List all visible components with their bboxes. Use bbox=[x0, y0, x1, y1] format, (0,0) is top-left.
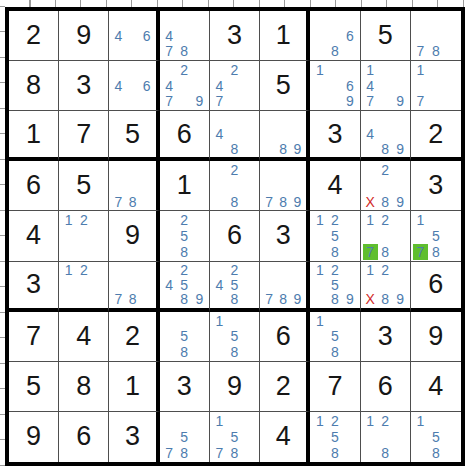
empty-candidate-slot bbox=[444, 78, 459, 94]
candidate-2: 2 bbox=[76, 212, 91, 228]
empty-candidate-slot bbox=[363, 429, 378, 445]
empty-candidate-slot bbox=[428, 78, 443, 94]
candidate-8: 8 bbox=[126, 292, 140, 307]
pencilmark-grid: 12 bbox=[61, 212, 106, 259]
empty-candidate-slot bbox=[177, 313, 192, 329]
candidate-8: 8 bbox=[378, 142, 393, 157]
empty-candidate-slot bbox=[393, 228, 408, 244]
cell-r3c1[interactable]: 1 bbox=[9, 111, 59, 161]
cell-r8c2[interactable]: 8 bbox=[59, 362, 109, 412]
empty-candidate-slot bbox=[111, 162, 125, 178]
empty-candidate-slot bbox=[444, 62, 459, 78]
empty-candidate-slot bbox=[212, 142, 227, 157]
empty-candidate-slot bbox=[162, 328, 177, 344]
cell-r8c6[interactable]: 2 bbox=[260, 362, 310, 412]
given-digit: 9 bbox=[125, 222, 140, 249]
candidate-1: 1 bbox=[312, 313, 327, 329]
cell-r2c6[interactable]: 5 bbox=[260, 61, 310, 111]
empty-candidate-slot bbox=[212, 112, 227, 127]
empty-candidate-slot bbox=[290, 263, 304, 278]
candidate-5: 5 bbox=[428, 429, 443, 445]
candidate-8: 8 bbox=[177, 292, 192, 307]
pencilmark-grid: 158 bbox=[312, 313, 357, 360]
candidate-4: 4 bbox=[212, 78, 227, 94]
cell-r3c7[interactable]: 3 bbox=[310, 111, 360, 161]
pencilmark-grid: 78 bbox=[413, 12, 459, 59]
candidate-2: 2 bbox=[227, 62, 242, 78]
given-digit: 9 bbox=[428, 323, 443, 350]
pencilmark-grid: 89 bbox=[262, 112, 304, 156]
empty-candidate-slot bbox=[76, 228, 91, 244]
empty-candidate-slot bbox=[140, 178, 154, 194]
empty-candidate-slot bbox=[393, 244, 408, 260]
cell-r8c8[interactable]: 6 bbox=[361, 362, 411, 412]
candidate-1: 1 bbox=[312, 212, 327, 228]
candidate-7: 7 bbox=[363, 94, 378, 110]
pencilmark-grid: 12X89 bbox=[363, 263, 408, 307]
candidate-9: 9 bbox=[192, 94, 207, 110]
pencilmark-grid: 48 bbox=[212, 112, 257, 156]
candidate-8: 8 bbox=[177, 244, 192, 260]
candidate-2: 2 bbox=[327, 263, 342, 278]
given-digit: 3 bbox=[428, 172, 443, 199]
cell-r5c2[interactable]: 12 bbox=[59, 211, 109, 261]
cell-r2c8[interactable]: 1479 bbox=[361, 61, 411, 111]
cell-r7c5[interactable]: 158 bbox=[210, 312, 260, 362]
candidate-8: 8 bbox=[428, 43, 443, 59]
candidate-2: 2 bbox=[327, 212, 342, 228]
cell-r3c8[interactable]: 489 bbox=[361, 111, 411, 161]
cell-r1c5[interactable]: 3 bbox=[210, 11, 260, 61]
candidate-5: 5 bbox=[177, 429, 192, 445]
empty-candidate-slot bbox=[312, 12, 327, 28]
cell-r6c4[interactable]: 24589 bbox=[160, 262, 210, 312]
empty-candidate-slot bbox=[192, 445, 207, 461]
empty-candidate-slot bbox=[242, 194, 257, 210]
pencilmark-grid: 1479 bbox=[363, 62, 408, 109]
candidate-7: 7 bbox=[162, 445, 177, 461]
empty-candidate-slot bbox=[111, 263, 125, 278]
candidate-2: 2 bbox=[177, 62, 192, 78]
candidate-7: 7 bbox=[162, 94, 177, 110]
cell-r1c2[interactable]: 9 bbox=[59, 11, 109, 61]
given-digit: 1 bbox=[276, 22, 291, 49]
pencilmark-grid: 28 bbox=[212, 162, 257, 209]
empty-candidate-slot bbox=[126, 94, 140, 110]
empty-candidate-slot bbox=[91, 228, 106, 244]
cell-r9c8[interactable]: 128 bbox=[361, 412, 411, 462]
cell-r2c1[interactable]: 8 bbox=[9, 61, 59, 111]
empty-candidate-slot bbox=[393, 178, 408, 194]
candidate-2: 2 bbox=[327, 413, 342, 429]
cell-r6c8[interactable]: 12X89 bbox=[361, 262, 411, 312]
candidate-8: 8 bbox=[327, 292, 342, 307]
cell-r4c5[interactable]: 28 bbox=[210, 161, 260, 211]
empty-candidate-slot bbox=[126, 62, 140, 78]
empty-candidate-slot bbox=[444, 244, 459, 260]
candidate-2: 2 bbox=[177, 212, 192, 228]
pencilmark-grid: 46 bbox=[111, 12, 153, 59]
candidate-2: 2 bbox=[227, 263, 242, 278]
empty-candidate-slot bbox=[212, 162, 227, 178]
cell-r9c1[interactable]: 9 bbox=[9, 412, 59, 462]
cell-r6c7[interactable]: 12589 bbox=[310, 262, 360, 312]
empty-candidate-slot bbox=[126, 277, 140, 292]
cell-r7c7[interactable]: 158 bbox=[310, 312, 360, 362]
empty-candidate-slot bbox=[91, 277, 106, 292]
pencilmark-grid: 158 bbox=[212, 313, 257, 360]
candidate-1: 1 bbox=[363, 413, 378, 429]
empty-candidate-slot bbox=[444, 228, 459, 244]
empty-candidate-slot bbox=[192, 212, 207, 228]
empty-candidate-slot bbox=[192, 313, 207, 329]
candidate-8: 8 bbox=[177, 445, 192, 461]
candidate-8: 8 bbox=[327, 445, 342, 461]
candidate-1: 1 bbox=[363, 263, 378, 278]
given-digit: 6 bbox=[378, 373, 393, 400]
empty-candidate-slot bbox=[111, 277, 125, 292]
candidate-7: 7 bbox=[413, 43, 428, 59]
cell-r1c7[interactable]: 68 bbox=[310, 11, 360, 61]
candidate-8: 8 bbox=[227, 194, 242, 210]
sudoku-board: 2946478316857883462479247516914791717564… bbox=[5, 7, 465, 466]
empty-candidate-slot bbox=[111, 178, 125, 194]
empty-candidate-slot bbox=[140, 263, 154, 278]
empty-candidate-slot bbox=[342, 413, 357, 429]
empty-candidate-slot bbox=[212, 194, 227, 210]
cell-r8c3[interactable]: 1 bbox=[109, 362, 159, 412]
given-digit: 6 bbox=[428, 271, 443, 298]
empty-candidate-slot bbox=[192, 43, 207, 59]
given-digit: 2 bbox=[428, 121, 443, 148]
pencilmark-grid: 46 bbox=[111, 62, 153, 109]
empty-candidate-slot bbox=[227, 313, 242, 329]
candidate-9: 9 bbox=[342, 94, 357, 110]
cell-r3c5[interactable]: 48 bbox=[210, 111, 260, 161]
given-digit: 5 bbox=[26, 373, 41, 400]
empty-candidate-slot bbox=[378, 78, 393, 94]
candidate-8: 8 bbox=[378, 194, 393, 210]
empty-candidate-slot bbox=[378, 94, 393, 110]
pencilmark-grid: 2458 bbox=[212, 263, 257, 307]
empty-candidate-slot bbox=[262, 112, 276, 127]
cell-r6c1[interactable]: 3 bbox=[9, 262, 59, 312]
given-digit: 2 bbox=[125, 323, 140, 350]
empty-candidate-slot bbox=[276, 162, 290, 178]
empty-candidate-slot bbox=[111, 12, 125, 28]
pencilmark-grid: 489 bbox=[363, 112, 408, 156]
cell-r5c5[interactable]: 6 bbox=[210, 211, 260, 261]
candidate-9: 9 bbox=[342, 292, 357, 307]
empty-candidate-slot bbox=[91, 263, 106, 278]
empty-candidate-slot bbox=[162, 413, 177, 429]
cell-r4c7[interactable]: 4 bbox=[310, 161, 360, 211]
empty-candidate-slot bbox=[192, 429, 207, 445]
cell-r5c7[interactable]: 1258 bbox=[310, 211, 360, 261]
cell-r5c4[interactable]: 258 bbox=[160, 211, 210, 261]
cell-r6c9[interactable]: 6 bbox=[411, 262, 461, 312]
empty-candidate-slot bbox=[140, 62, 154, 78]
pencilmark-grid: 2479 bbox=[162, 62, 207, 109]
candidate-4: 4 bbox=[162, 78, 177, 94]
given-digit: 8 bbox=[26, 72, 41, 99]
cell-r3c3[interactable]: 5 bbox=[109, 111, 159, 161]
cell-r9c4[interactable]: 578 bbox=[160, 412, 210, 462]
cell-r8c9[interactable]: 4 bbox=[411, 362, 461, 412]
cell-r9c7[interactable]: 1258 bbox=[310, 412, 360, 462]
pencilmark-grid: 17 bbox=[413, 62, 459, 109]
cell-r2c7[interactable]: 169 bbox=[310, 61, 360, 111]
given-digit: 6 bbox=[227, 222, 242, 249]
cell-r2c9[interactable]: 17 bbox=[411, 61, 461, 111]
candidate-8: 8 bbox=[276, 142, 290, 157]
empty-candidate-slot bbox=[312, 43, 327, 59]
candidate-7: 7 bbox=[212, 445, 227, 461]
empty-candidate-slot bbox=[363, 277, 378, 292]
candidate-7: 7 bbox=[111, 292, 125, 307]
empty-candidate-slot bbox=[444, 12, 459, 28]
cell-r5c6[interactable]: 3 bbox=[260, 211, 310, 261]
candidate-8: 8 bbox=[227, 292, 242, 307]
given-digit: 2 bbox=[276, 373, 291, 400]
cell-r2c2[interactable]: 3 bbox=[59, 61, 109, 111]
cell-r3c9[interactable]: 2 bbox=[411, 111, 461, 161]
empty-candidate-slot bbox=[342, 344, 357, 360]
cell-r2c5[interactable]: 247 bbox=[210, 61, 260, 111]
empty-candidate-slot bbox=[413, 28, 428, 44]
cell-r4c2[interactable]: 5 bbox=[59, 161, 109, 211]
given-digit: 3 bbox=[177, 373, 192, 400]
cell-r5c1[interactable]: 4 bbox=[9, 211, 59, 261]
cell-r5c9[interactable]: 1578 bbox=[411, 211, 461, 261]
candidate-1: 1 bbox=[363, 212, 378, 228]
empty-candidate-slot bbox=[342, 43, 357, 59]
empty-candidate-slot bbox=[378, 228, 393, 244]
cell-r9c6[interactable]: 4 bbox=[260, 412, 310, 462]
candidate-8: 8 bbox=[227, 142, 242, 157]
empty-candidate-slot bbox=[242, 142, 257, 157]
pencilmark-grid: 12589 bbox=[312, 263, 357, 307]
candidate-8: 8 bbox=[327, 344, 342, 360]
empty-candidate-slot bbox=[327, 28, 342, 44]
empty-candidate-slot bbox=[378, 112, 393, 127]
empty-candidate-slot bbox=[428, 62, 443, 78]
candidate-2: 2 bbox=[378, 212, 393, 228]
candidate-7: 7 bbox=[212, 94, 227, 110]
cell-r6c5[interactable]: 2458 bbox=[210, 262, 260, 312]
empty-candidate-slot bbox=[342, 212, 357, 228]
candidate-8: 8 bbox=[276, 194, 290, 210]
empty-candidate-slot bbox=[177, 28, 192, 44]
empty-candidate-slot bbox=[212, 292, 227, 307]
candidate-8: 8 bbox=[428, 244, 443, 260]
empty-candidate-slot bbox=[242, 178, 257, 194]
candidate-7: 7 bbox=[162, 43, 177, 59]
cell-r1c9[interactable]: 78 bbox=[411, 11, 461, 61]
given-digit: 2 bbox=[26, 22, 41, 49]
cell-r8c1[interactable]: 5 bbox=[9, 362, 59, 412]
cell-r3c2[interactable]: 7 bbox=[59, 111, 109, 161]
candidate-6: 6 bbox=[342, 78, 357, 94]
cell-r5c8[interactable]: 1278 bbox=[361, 211, 411, 261]
cell-r5c3[interactable]: 9 bbox=[109, 211, 159, 261]
empty-candidate-slot bbox=[262, 142, 276, 157]
empty-candidate-slot bbox=[227, 178, 242, 194]
empty-candidate-slot bbox=[262, 277, 276, 292]
empty-candidate-slot bbox=[378, 62, 393, 78]
candidate-2: 2 bbox=[177, 263, 192, 278]
candidate-4: 4 bbox=[363, 78, 378, 94]
cell-r1c6[interactable]: 1 bbox=[260, 11, 310, 61]
empty-candidate-slot bbox=[312, 78, 327, 94]
empty-candidate-slot bbox=[242, 445, 257, 461]
given-digit: 3 bbox=[276, 222, 291, 249]
empty-candidate-slot bbox=[276, 127, 290, 142]
given-digit: 1 bbox=[177, 172, 192, 199]
candidate-4: 4 bbox=[212, 277, 227, 292]
empty-candidate-slot bbox=[413, 445, 428, 461]
empty-candidate-slot bbox=[76, 244, 91, 260]
cell-r2c3[interactable]: 46 bbox=[109, 61, 159, 111]
cell-r6c3[interactable]: 78 bbox=[109, 262, 159, 312]
empty-candidate-slot bbox=[227, 413, 242, 429]
candidate-9: 9 bbox=[192, 292, 207, 307]
empty-candidate-slot bbox=[192, 228, 207, 244]
pencilmark-grid: 78 bbox=[111, 162, 153, 209]
empty-candidate-slot bbox=[444, 212, 459, 228]
empty-candidate-slot bbox=[428, 212, 443, 228]
candidate-1: 1 bbox=[61, 212, 76, 228]
candidate-4: 4 bbox=[363, 127, 378, 142]
cell-r7c8[interactable]: 3 bbox=[361, 312, 411, 362]
given-digit: 3 bbox=[227, 22, 242, 49]
cell-r4c9[interactable]: 3 bbox=[411, 161, 461, 211]
empty-candidate-slot bbox=[327, 12, 342, 28]
cell-r7c9[interactable]: 9 bbox=[411, 312, 461, 362]
cell-r4c1[interactable]: 6 bbox=[9, 161, 59, 211]
empty-candidate-slot bbox=[363, 162, 378, 178]
empty-candidate-slot bbox=[327, 94, 342, 110]
cell-r9c5[interactable]: 1578 bbox=[210, 412, 260, 462]
empty-candidate-slot bbox=[290, 277, 304, 292]
pencilmark-grid: 2X89 bbox=[363, 162, 408, 209]
cell-r9c9[interactable]: 158 bbox=[411, 412, 461, 462]
cell-r1c3[interactable]: 46 bbox=[109, 11, 159, 61]
empty-candidate-slot bbox=[276, 277, 290, 292]
cell-r3c6[interactable]: 89 bbox=[260, 111, 310, 161]
cell-r7c6[interactable]: 6 bbox=[260, 312, 310, 362]
empty-candidate-slot bbox=[192, 277, 207, 292]
candidate-8: 8 bbox=[428, 445, 443, 461]
candidate-2: 2 bbox=[378, 413, 393, 429]
empty-candidate-slot bbox=[126, 43, 140, 59]
cell-r8c4[interactable]: 3 bbox=[160, 362, 210, 412]
cell-r4c8[interactable]: 2X89 bbox=[361, 161, 411, 211]
empty-candidate-slot bbox=[378, 429, 393, 445]
cell-r4c3[interactable]: 78 bbox=[109, 161, 159, 211]
empty-candidate-slot bbox=[290, 127, 304, 142]
cell-r6c6[interactable]: 789 bbox=[260, 262, 310, 312]
cell-r7c2[interactable]: 4 bbox=[59, 312, 109, 362]
cell-r7c3[interactable]: 2 bbox=[109, 312, 159, 362]
pencilmark-grid: 1258 bbox=[312, 413, 357, 461]
empty-candidate-slot bbox=[393, 162, 408, 178]
empty-candidate-slot bbox=[111, 43, 125, 59]
candidate-2: 2 bbox=[378, 263, 393, 278]
empty-candidate-slot bbox=[227, 78, 242, 94]
candidate-7: 7 bbox=[262, 292, 276, 307]
pencilmark-grid: 128 bbox=[363, 413, 408, 461]
empty-candidate-slot bbox=[312, 277, 327, 292]
empty-candidate-slot bbox=[444, 43, 459, 59]
empty-candidate-slot bbox=[126, 263, 140, 278]
cell-r8c7[interactable]: 7 bbox=[310, 362, 360, 412]
candidate-4: 4 bbox=[111, 28, 125, 44]
empty-candidate-slot bbox=[262, 263, 276, 278]
empty-candidate-slot bbox=[192, 244, 207, 260]
empty-candidate-slot bbox=[140, 43, 154, 59]
pencilmark-grid: 1278 bbox=[363, 212, 408, 259]
empty-candidate-slot bbox=[242, 162, 257, 178]
cell-r1c1[interactable]: 2 bbox=[9, 11, 59, 61]
pencilmark-grid: 578 bbox=[162, 413, 207, 461]
given-digit: 5 bbox=[76, 172, 91, 199]
cell-r7c1[interactable]: 7 bbox=[9, 312, 59, 362]
candidate-1: 1 bbox=[312, 62, 327, 78]
empty-candidate-slot bbox=[212, 429, 227, 445]
empty-candidate-slot bbox=[428, 413, 443, 429]
cell-r4c6[interactable]: 789 bbox=[260, 161, 310, 211]
pencilmark-grid: 789 bbox=[262, 162, 304, 209]
empty-candidate-slot bbox=[242, 62, 257, 78]
empty-candidate-slot bbox=[177, 413, 192, 429]
empty-candidate-slot bbox=[227, 112, 242, 127]
cell-r8c5[interactable]: 9 bbox=[210, 362, 260, 412]
cell-r6c2[interactable]: 12 bbox=[59, 262, 109, 312]
cell-r1c8[interactable]: 5 bbox=[361, 11, 411, 61]
empty-candidate-slot bbox=[177, 12, 192, 28]
empty-candidate-slot bbox=[327, 313, 342, 329]
cell-r9c2[interactable]: 6 bbox=[59, 412, 109, 462]
elimination-x-mark: X bbox=[363, 194, 378, 210]
empty-candidate-slot bbox=[162, 313, 177, 329]
empty-candidate-slot bbox=[212, 62, 227, 78]
empty-candidate-slot bbox=[126, 12, 140, 28]
cell-r9c3[interactable]: 3 bbox=[109, 412, 159, 462]
candidate-1: 1 bbox=[312, 413, 327, 429]
given-digit: 8 bbox=[76, 373, 91, 400]
given-digit: 6 bbox=[26, 172, 41, 199]
cell-r4c4[interactable]: 1 bbox=[160, 161, 210, 211]
empty-candidate-slot bbox=[162, 228, 177, 244]
empty-candidate-slot bbox=[393, 429, 408, 445]
cell-r7c4[interactable]: 58 bbox=[160, 312, 210, 362]
empty-candidate-slot bbox=[61, 277, 76, 292]
cell-r1c4[interactable]: 478 bbox=[160, 11, 210, 61]
candidate-9: 9 bbox=[393, 142, 408, 157]
pencilmark-grid: 478 bbox=[162, 12, 207, 59]
cell-r2c4[interactable]: 2479 bbox=[160, 61, 210, 111]
empty-candidate-slot bbox=[140, 277, 154, 292]
empty-candidate-slot bbox=[378, 178, 393, 194]
given-digit: 9 bbox=[26, 423, 41, 450]
cell-r3c4[interactable]: 6 bbox=[160, 111, 210, 161]
empty-candidate-slot bbox=[177, 78, 192, 94]
given-digit: 4 bbox=[26, 222, 41, 249]
candidate-7: 7 bbox=[413, 244, 428, 260]
empty-candidate-slot bbox=[444, 445, 459, 461]
empty-candidate-slot bbox=[342, 313, 357, 329]
